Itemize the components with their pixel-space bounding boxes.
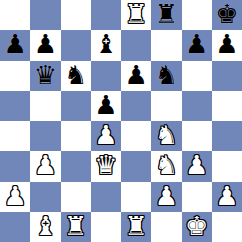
- square-a7[interactable]: ♟: [0, 30, 30, 60]
- white-rook-icon[interactable]: ♜: [64, 212, 87, 241]
- square-g1[interactable]: ♚: [182, 212, 212, 242]
- white-pawn-icon[interactable]: ♟: [94, 121, 117, 150]
- square-f7[interactable]: [151, 30, 181, 60]
- square-e5[interactable]: [121, 91, 151, 121]
- square-e4[interactable]: [121, 121, 151, 151]
- black-bishop-icon[interactable]: ♝: [94, 30, 117, 59]
- square-g3[interactable]: ♟: [182, 151, 212, 181]
- black-pawn-icon[interactable]: ♟: [94, 91, 117, 120]
- black-pawn-icon[interactable]: ♟: [215, 30, 238, 59]
- square-c5[interactable]: [61, 91, 91, 121]
- square-e2[interactable]: [121, 182, 151, 212]
- white-knight-icon[interactable]: ♞: [155, 151, 178, 180]
- square-e8[interactable]: ♜: [121, 0, 151, 30]
- square-a1[interactable]: [0, 212, 30, 242]
- square-e3[interactable]: [121, 151, 151, 181]
- square-d8[interactable]: [91, 0, 121, 30]
- black-knight-icon[interactable]: ♞: [155, 61, 178, 90]
- square-c7[interactable]: [61, 30, 91, 60]
- square-h1[interactable]: [212, 212, 242, 242]
- square-a8[interactable]: [0, 0, 30, 30]
- square-c6[interactable]: ♞: [61, 61, 91, 91]
- square-c8[interactable]: [61, 0, 91, 30]
- white-knight-icon[interactable]: ♞: [155, 121, 178, 150]
- square-g8[interactable]: [182, 0, 212, 30]
- chess-board: ♜♜♚♟♟♝♟♟♛♞♟♞♟♟♞♟♛♞♟♟♟♟♝♜♜♚: [0, 0, 242, 242]
- square-d6[interactable]: [91, 61, 121, 91]
- white-bishop-icon[interactable]: ♝: [34, 212, 57, 241]
- square-a2[interactable]: ♟: [0, 182, 30, 212]
- white-pawn-icon[interactable]: ♟: [34, 151, 57, 180]
- square-b8[interactable]: [30, 0, 60, 30]
- square-f8[interactable]: ♜: [151, 0, 181, 30]
- black-king-icon[interactable]: ♚: [215, 0, 238, 29]
- square-b1[interactable]: ♝: [30, 212, 60, 242]
- square-b6[interactable]: ♛: [30, 61, 60, 91]
- square-h2[interactable]: ♟: [212, 182, 242, 212]
- square-h3[interactable]: [212, 151, 242, 181]
- square-g4[interactable]: [182, 121, 212, 151]
- square-d5[interactable]: ♟: [91, 91, 121, 121]
- square-b5[interactable]: [30, 91, 60, 121]
- black-pawn-icon[interactable]: ♟: [34, 30, 57, 59]
- square-f2[interactable]: ♟: [151, 182, 181, 212]
- black-queen-icon[interactable]: ♛: [34, 61, 57, 90]
- square-h6[interactable]: [212, 61, 242, 91]
- square-b4[interactable]: [30, 121, 60, 151]
- square-b3[interactable]: ♟: [30, 151, 60, 181]
- square-c2[interactable]: [61, 182, 91, 212]
- white-king-icon[interactable]: ♚: [185, 212, 208, 241]
- square-a3[interactable]: [0, 151, 30, 181]
- square-d3[interactable]: ♛: [91, 151, 121, 181]
- square-e1[interactable]: ♜: [121, 212, 151, 242]
- square-c3[interactable]: [61, 151, 91, 181]
- square-b2[interactable]: [30, 182, 60, 212]
- square-h5[interactable]: [212, 91, 242, 121]
- square-d4[interactable]: ♟: [91, 121, 121, 151]
- square-d1[interactable]: [91, 212, 121, 242]
- square-a6[interactable]: [0, 61, 30, 91]
- black-pawn-icon[interactable]: ♟: [124, 61, 147, 90]
- square-g7[interactable]: ♟: [182, 30, 212, 60]
- square-h7[interactable]: ♟: [212, 30, 242, 60]
- square-g2[interactable]: [182, 182, 212, 212]
- black-rook-icon[interactable]: ♜: [155, 0, 178, 29]
- square-h4[interactable]: [212, 121, 242, 151]
- square-g6[interactable]: [182, 61, 212, 91]
- white-pawn-icon[interactable]: ♟: [215, 182, 238, 211]
- white-rook-icon[interactable]: ♜: [124, 212, 147, 241]
- square-c1[interactable]: ♜: [61, 212, 91, 242]
- square-d2[interactable]: [91, 182, 121, 212]
- white-pawn-icon[interactable]: ♟: [185, 151, 208, 180]
- square-f6[interactable]: ♞: [151, 61, 181, 91]
- square-f5[interactable]: [151, 91, 181, 121]
- square-e6[interactable]: ♟: [121, 61, 151, 91]
- black-pawn-icon[interactable]: ♟: [185, 30, 208, 59]
- black-knight-icon[interactable]: ♞: [64, 61, 87, 90]
- square-f1[interactable]: [151, 212, 181, 242]
- square-a5[interactable]: [0, 91, 30, 121]
- white-rook-icon[interactable]: ♜: [124, 0, 147, 29]
- square-c4[interactable]: [61, 121, 91, 151]
- black-pawn-icon[interactable]: ♟: [3, 30, 26, 59]
- square-a4[interactable]: [0, 121, 30, 151]
- square-f4[interactable]: ♞: [151, 121, 181, 151]
- square-b7[interactable]: ♟: [30, 30, 60, 60]
- square-g5[interactable]: [182, 91, 212, 121]
- white-queen-icon[interactable]: ♛: [94, 151, 117, 180]
- white-pawn-icon[interactable]: ♟: [3, 182, 26, 211]
- square-f3[interactable]: ♞: [151, 151, 181, 181]
- square-h8[interactable]: ♚: [212, 0, 242, 30]
- square-d7[interactable]: ♝: [91, 30, 121, 60]
- square-e7[interactable]: [121, 30, 151, 60]
- white-pawn-icon[interactable]: ♟: [155, 182, 178, 211]
